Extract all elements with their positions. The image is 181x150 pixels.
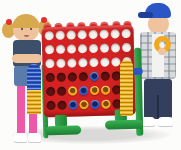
- empty-hole: [46, 101, 55, 110]
- boy-cap-brim: [138, 12, 153, 18]
- cell-r4-c6: [100, 69, 111, 83]
- ring-rack-left: [27, 64, 41, 114]
- ring-rack-right: [120, 60, 133, 116]
- empty-hole: [111, 44, 120, 53]
- empty-hole: [56, 45, 65, 54]
- empty-hole: [89, 44, 98, 53]
- cell-r6-c1: [45, 98, 56, 112]
- cell-r3-c1: [44, 57, 55, 71]
- cell-r6-c5: [89, 97, 100, 111]
- cell-r1-c1: [44, 29, 55, 43]
- empty-hole: [100, 30, 109, 39]
- girl-eye-right: [30, 28, 32, 30]
- empty-hole: [45, 45, 54, 54]
- empty-hole: [56, 59, 65, 68]
- girl-bow-left: [6, 19, 12, 25]
- cell-r5-c2: [56, 84, 67, 98]
- cell-r4-c3: [67, 70, 78, 84]
- empty-hole: [57, 100, 66, 109]
- cell-r6-c6: [100, 97, 111, 111]
- ring-rack-left-yellow-rings: [27, 90, 41, 114]
- girl-shoe-right: [28, 133, 41, 142]
- cell-r2-c3: [66, 42, 77, 56]
- cell-r3-c6: [99, 55, 110, 69]
- cell-r1-c3: [66, 28, 77, 42]
- cell-r5-c5: [89, 83, 100, 97]
- cell-r6-c3: [67, 98, 78, 112]
- cell-r1-c5: [88, 28, 99, 42]
- empty-hole: [78, 44, 87, 53]
- empty-hole: [56, 31, 65, 40]
- empty-hole: [68, 72, 77, 81]
- empty-hole: [89, 30, 98, 39]
- boy-shoe-right: [158, 117, 173, 126]
- blue-ring: [68, 100, 77, 109]
- empty-hole: [100, 44, 109, 53]
- yellow-ring: [68, 86, 77, 95]
- girl-bow-right: [41, 17, 47, 23]
- cell-r5-c3: [67, 84, 78, 98]
- girl-crossed-arms: [12, 54, 42, 63]
- post-knob-blue: [133, 68, 143, 75]
- empty-hole: [45, 59, 54, 68]
- cell-r4-c4: [78, 70, 89, 84]
- girl-hair: [12, 14, 40, 28]
- empty-hole: [122, 29, 131, 38]
- empty-hole: [57, 73, 66, 82]
- cell-r5-c4: [78, 83, 89, 97]
- cell-r1-c2: [55, 29, 66, 43]
- empty-hole: [57, 86, 66, 95]
- cell-r4-c5: [89, 69, 100, 83]
- cell-r3-c3: [66, 56, 77, 70]
- blue-ring: [90, 99, 99, 108]
- boy-hand: [158, 48, 166, 55]
- cell-r2-c6: [99, 41, 110, 55]
- yellow-ring: [90, 86, 99, 95]
- empty-hole: [122, 43, 131, 52]
- empty-hole: [67, 45, 76, 54]
- girl-eye-left: [21, 28, 23, 30]
- cell-r5-c6: [100, 83, 111, 97]
- cell-r3-c4: [77, 56, 88, 70]
- empty-hole: [78, 31, 87, 40]
- empty-hole: [45, 31, 54, 40]
- cell-r2-c8: [121, 41, 132, 55]
- cell-r2-c1: [44, 43, 55, 57]
- cell-r4-c2: [56, 70, 67, 84]
- scene: [0, 0, 181, 150]
- empty-hole: [111, 30, 120, 39]
- cell-r3-c5: [88, 55, 99, 69]
- ring-rack-left-blue-rings: [27, 64, 41, 90]
- board-foot-left-base: [45, 125, 81, 135]
- empty-hole: [79, 72, 88, 81]
- cell-r3-c2: [55, 56, 66, 70]
- cell-r1-c6: [99, 28, 110, 42]
- empty-hole: [46, 87, 55, 96]
- yellow-ring: [101, 99, 110, 108]
- cell-r2-c2: [55, 43, 66, 57]
- empty-hole: [101, 71, 110, 80]
- empty-hole: [100, 58, 109, 67]
- empty-hole: [78, 58, 87, 67]
- cell-r1-c8: [120, 27, 131, 41]
- yellow-ring: [101, 85, 110, 94]
- girl-shoe-left: [14, 133, 27, 142]
- blue-ring: [79, 86, 88, 95]
- empty-hole: [89, 58, 98, 67]
- cell-r2-c5: [88, 42, 99, 56]
- cell-r6-c4: [78, 97, 89, 111]
- cell-r4-c1: [45, 70, 56, 84]
- empty-hole: [67, 58, 76, 67]
- ring-rack-right-yellow-rings: [120, 60, 133, 116]
- cell-r2-c4: [77, 42, 88, 56]
- empty-hole: [46, 73, 55, 82]
- yellow-ring: [79, 100, 88, 109]
- cell-r1-c7: [110, 27, 121, 41]
- cell-r5-c1: [45, 84, 56, 98]
- empty-hole: [67, 31, 76, 40]
- cell-r6-c2: [56, 98, 67, 112]
- cell-r1-c4: [77, 28, 88, 42]
- blue-ring: [90, 72, 99, 81]
- board-foot-right-base: [105, 120, 143, 130]
- boy-pants-split: [157, 95, 159, 119]
- girl-leg-left: [17, 86, 25, 133]
- cell-r2-c7: [110, 41, 121, 55]
